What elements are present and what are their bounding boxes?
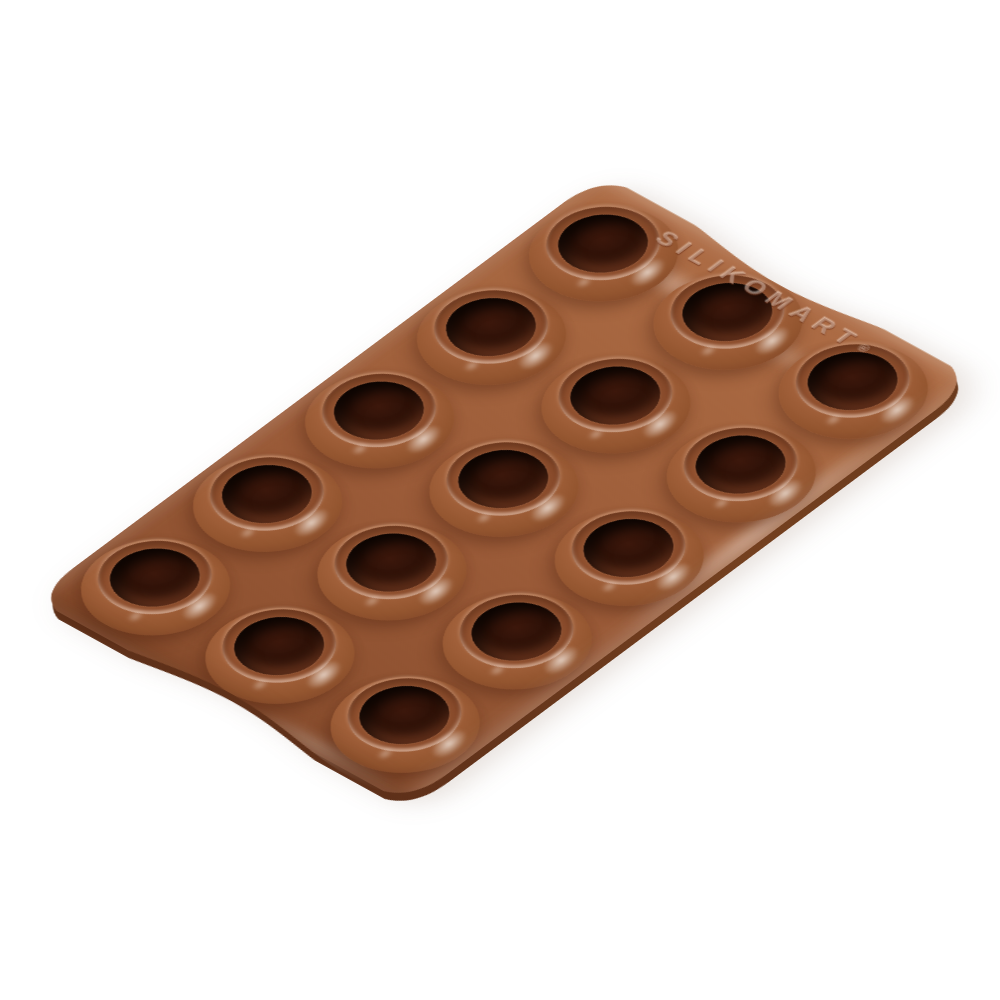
cavity-rim <box>523 192 683 295</box>
photo-scene: SILIKOMART® <box>0 0 1000 1000</box>
chocolate-mold-tray: SILIKOMART® <box>33 174 976 804</box>
